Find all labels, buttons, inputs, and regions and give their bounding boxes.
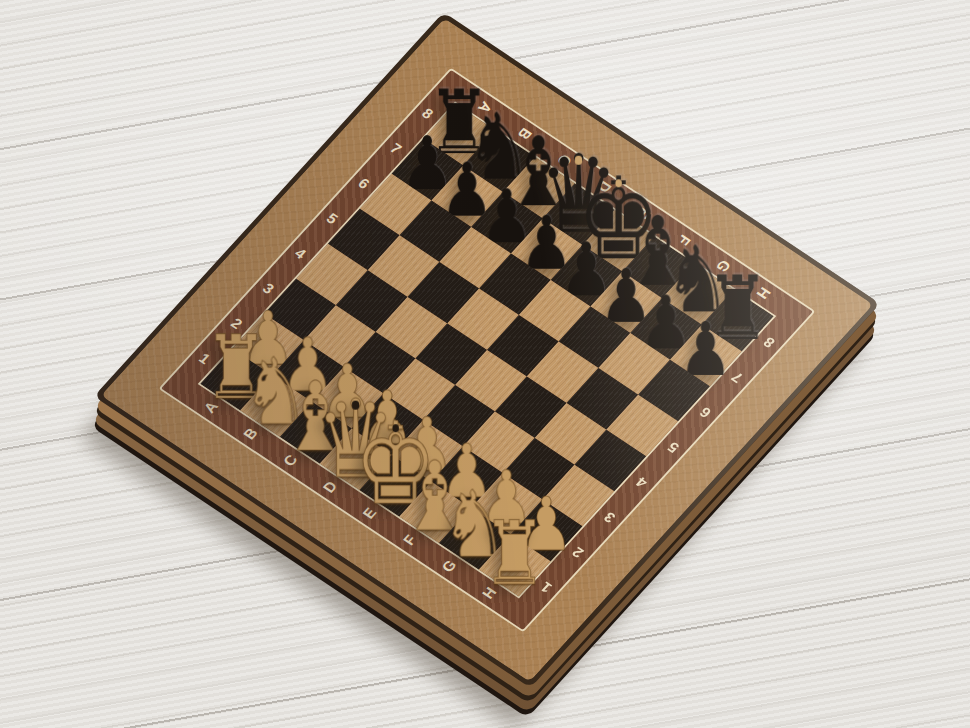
- chess-board-scene: ABCDEFGH ABCDEFGH 87654321 87654321 ♜♞♝♛…: [207, 70, 767, 630]
- piece-white-rook-h1[interactable]: ♜: [489, 540, 540, 591]
- coordinate-label: 4: [633, 473, 651, 490]
- coordinate-label: 5: [323, 210, 341, 227]
- board-top: ABCDEFGH ABCDEFGH 87654321 87654321 ♜♞♝♛…: [94, 12, 880, 688]
- coordinate-label: 4: [291, 245, 309, 262]
- square-h1[interactable]: ♜: [479, 535, 551, 597]
- coordinate-label: 6: [696, 403, 714, 420]
- coordinate-label: 3: [601, 508, 619, 525]
- photo-viewport: ABCDEFGH ABCDEFGH 87654321 87654321 ♜♞♝♛…: [0, 0, 970, 728]
- coordinate-label: 5: [665, 438, 683, 455]
- chess-rook-glyph: ♜: [482, 518, 547, 588]
- coordinate-label: 6: [355, 175, 373, 192]
- royal-finial-dot: [392, 424, 399, 432]
- royal-finial-dot: [615, 179, 622, 187]
